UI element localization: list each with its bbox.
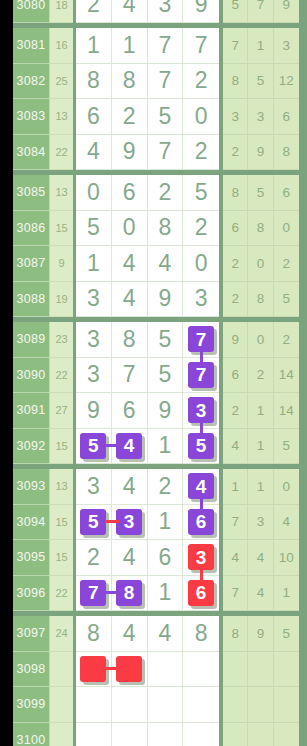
stat-value: 0: [248, 322, 273, 358]
stat-value: 6: [223, 358, 248, 394]
row-3093: 3093133424110: [0, 469, 307, 505]
digit-cell: 6: [183, 576, 219, 612]
period-label: 3094: [13, 505, 50, 541]
digit-cell: 6: [76, 99, 112, 135]
row-3080: 3080182439579: [0, 0, 307, 23]
stat-value: 5: [274, 282, 299, 318]
digit-cell: 9: [112, 135, 148, 171]
stat-value: [274, 652, 299, 688]
digit-cell: [76, 687, 112, 723]
digit-cell: [112, 652, 148, 688]
v-connector-purple: [200, 497, 203, 511]
stat-value: 0: [274, 469, 299, 505]
period-label: 3093: [13, 469, 50, 505]
stat-value: 5: [274, 429, 299, 465]
digit-cell: 1: [148, 429, 184, 465]
row-3098: 3098: [0, 652, 307, 688]
right-edge-strip: [299, 64, 307, 100]
digit-cell: 1: [148, 576, 184, 612]
left-black-margin: [0, 0, 13, 23]
stat-value: 6: [223, 211, 248, 247]
digit-cell: 2: [183, 64, 219, 100]
digit-cell: 3: [148, 0, 184, 23]
period-label: 3095: [13, 540, 50, 576]
sum-value: 19: [50, 282, 73, 318]
row-3092: 3092155415415: [0, 429, 307, 465]
row-3082: 30822588728512: [0, 64, 307, 100]
stat-value: 4: [223, 540, 248, 576]
row-3087: 308791440202: [0, 246, 307, 282]
period-label: 3082: [13, 64, 50, 100]
right-edge-strip: [299, 723, 307, 746]
row-3090: 30902237576214: [0, 358, 307, 394]
row-3086: 3086155082680: [0, 211, 307, 247]
period-label: 3087: [13, 246, 50, 282]
highlight-badge-red: [80, 656, 106, 682]
row-3089: 3089233857902: [0, 322, 307, 358]
row-3097: 3097248448895: [0, 616, 307, 652]
left-black-margin: [0, 322, 13, 358]
stat-value: 1: [274, 576, 299, 612]
stat-value: 0: [248, 246, 273, 282]
digit-cell: 7: [183, 28, 219, 64]
stat-value: 7: [248, 0, 273, 23]
left-black-margin: [0, 505, 13, 541]
highlight-badge-purple: 7: [188, 326, 214, 352]
period-label: 3080: [13, 0, 50, 23]
right-edge-strip: [299, 99, 307, 135]
digit-cell: 1: [112, 28, 148, 64]
stat-value: 12: [274, 64, 299, 100]
stat-value: 7: [223, 505, 248, 541]
digit-cell: 9: [148, 282, 184, 318]
row-3095: 30951524634410: [0, 540, 307, 576]
right-edge-strip: [299, 322, 307, 358]
sum-value: 15: [50, 505, 73, 541]
digit-cell: 4: [148, 246, 184, 282]
digit-cell: 7: [148, 28, 184, 64]
stat-value: 4: [274, 505, 299, 541]
sum-value: [50, 652, 73, 688]
right-edge-strip: [299, 175, 307, 211]
row-3094: 3094155316734: [0, 505, 307, 541]
digit-cell: 8: [148, 211, 184, 247]
left-black-margin: [0, 246, 13, 282]
left-black-margin: [0, 687, 13, 723]
digit-cell: 2: [148, 175, 184, 211]
right-edge-strip: [299, 282, 307, 318]
period-label: 3090: [13, 358, 50, 394]
left-black-margin: [0, 135, 13, 171]
sum-value: 15: [50, 211, 73, 247]
highlight-badge-purple: 8: [116, 580, 142, 606]
stat-value: [274, 687, 299, 723]
digit-cell: [112, 687, 148, 723]
period-label: 3086: [13, 211, 50, 247]
right-edge-strip: [299, 135, 307, 171]
right-edge-strip: [299, 505, 307, 541]
digit-cell: 2: [183, 211, 219, 247]
highlight-badge-red: [116, 656, 142, 682]
stat-value: 2: [274, 246, 299, 282]
digit-cell: 0: [183, 99, 219, 135]
h-connector-purple: [105, 591, 119, 594]
digit-cell: 1: [148, 505, 184, 541]
h-connector-red: [105, 667, 119, 670]
sum-value: [50, 723, 73, 746]
stat-value: 3: [274, 28, 299, 64]
stat-value: 8: [223, 175, 248, 211]
sum-value: 13: [50, 175, 73, 211]
row-3091: 30912796932114: [0, 393, 307, 429]
digit-cell: 5: [148, 358, 184, 394]
stat-value: 7: [223, 576, 248, 612]
stat-value: 6: [274, 175, 299, 211]
digit-cell: 2: [183, 135, 219, 171]
stat-value: 0: [274, 211, 299, 247]
digit-cell: 6: [148, 540, 184, 576]
stat-value: 4: [248, 540, 273, 576]
digit-cell: 1: [76, 246, 112, 282]
highlight-badge-purple: 5: [188, 433, 214, 459]
digit-cell: 9: [148, 393, 184, 429]
digit-cell: [148, 687, 184, 723]
clipped-row-wrap: 3080182439579: [0, 0, 307, 23]
digit-cell: 9: [183, 0, 219, 23]
digit-cell: 4: [112, 616, 148, 652]
digit-cell: 2: [76, 540, 112, 576]
digit-cell: [76, 723, 112, 746]
stat-value: 2: [274, 322, 299, 358]
digit-cell: 8: [76, 64, 112, 100]
digit-cell: 7: [183, 358, 219, 394]
stat-value: 2: [223, 393, 248, 429]
left-black-margin: [0, 64, 13, 100]
digit-cell: 3: [112, 505, 148, 541]
digit-cell: 2: [112, 99, 148, 135]
sum-value: 13: [50, 469, 73, 505]
digit-cell: 0: [76, 175, 112, 211]
highlight-badge-red: 3: [188, 544, 214, 570]
stat-value: 1: [248, 28, 273, 64]
period-label: 3099: [13, 687, 50, 723]
digit-cell: [183, 652, 219, 688]
period-label: 3088: [13, 282, 50, 318]
right-edge-strip: [299, 469, 307, 505]
left-black-margin: [0, 211, 13, 247]
sum-value: 9: [50, 246, 73, 282]
right-edge-strip: [299, 0, 307, 23]
row-3088: 3088193493285: [0, 282, 307, 318]
stat-value: 4: [223, 429, 248, 465]
row-3084: 3084224972298: [0, 135, 307, 171]
highlight-badge-purple: 3: [188, 397, 214, 423]
stat-value: 8: [223, 64, 248, 100]
stat-value: [223, 687, 248, 723]
digit-cell: 4: [112, 0, 148, 23]
digit-cell: 3: [76, 322, 112, 358]
digit-cell: 3: [76, 469, 112, 505]
stat-value: 8: [274, 135, 299, 171]
stat-value: 9: [274, 0, 299, 23]
digit-cell: 4: [148, 616, 184, 652]
left-black-margin: [0, 540, 13, 576]
left-black-margin: [0, 358, 13, 394]
clipped-row-wrap: 3100: [0, 723, 307, 746]
sum-value: 22: [50, 135, 73, 171]
stat-value: 1: [248, 429, 273, 465]
digit-cell: 4: [112, 469, 148, 505]
stat-value: [248, 652, 273, 688]
sum-value: 23: [50, 322, 73, 358]
stat-value: 10: [274, 540, 299, 576]
digit-cell: 4: [112, 429, 148, 465]
digit-cell: 6: [183, 505, 219, 541]
highlight-badge-red: 6: [188, 580, 214, 606]
left-black-margin: [0, 652, 13, 688]
digit-cell: 5: [148, 322, 184, 358]
left-black-margin: [0, 576, 13, 612]
period-label: 3098: [13, 652, 50, 688]
stat-value: 8: [248, 211, 273, 247]
stat-value: [274, 723, 299, 746]
highlight-badge-purple: 4: [116, 433, 142, 459]
trend-chart-screen: 3080182439579308116117771330822588728512…: [0, 0, 307, 746]
digit-cell: 6: [112, 393, 148, 429]
stat-value: 6: [274, 99, 299, 135]
stat-value: [223, 652, 248, 688]
digit-cell: 8: [112, 322, 148, 358]
sum-value: 18: [50, 0, 73, 23]
right-edge-strip: [299, 616, 307, 652]
h-connector-red: [105, 520, 119, 523]
right-edge-strip: [299, 246, 307, 282]
stat-value: 2: [248, 358, 273, 394]
stat-value: 8: [248, 282, 273, 318]
right-edge-strip: [299, 652, 307, 688]
digit-cell: 5: [183, 429, 219, 465]
sum-value: 16: [50, 28, 73, 64]
sum-value: 15: [50, 540, 73, 576]
stat-value: 3: [223, 99, 248, 135]
h-connector-purple: [105, 444, 119, 447]
digit-cell: 8: [183, 616, 219, 652]
digit-cell: 3: [76, 282, 112, 318]
highlight-badge-purple: 7: [80, 580, 106, 606]
row-3081: 3081161177713: [0, 28, 307, 64]
stat-value: 3: [248, 99, 273, 135]
row-3099: 3099: [0, 687, 307, 723]
digit-cell: 5: [76, 211, 112, 247]
digit-cell: [183, 687, 219, 723]
period-label: 3097: [13, 616, 50, 652]
stat-value: [223, 723, 248, 746]
digit-cell: [148, 652, 184, 688]
digit-cell: 7: [112, 358, 148, 394]
highlight-badge-purple: 5: [80, 509, 106, 535]
digit-cell: 7: [148, 64, 184, 100]
digit-cell: 4: [76, 135, 112, 171]
sum-value: 24: [50, 616, 73, 652]
highlight-badge-purple: 7: [188, 362, 214, 388]
digit-cell: 8: [112, 64, 148, 100]
stat-value: 5: [248, 175, 273, 211]
stat-value: 4: [248, 576, 273, 612]
row-3083: 3083136250336: [0, 99, 307, 135]
v-connector-red: [200, 568, 203, 582]
stat-value: 3: [248, 505, 273, 541]
digit-cell: 9: [76, 393, 112, 429]
digit-cell: 8: [76, 616, 112, 652]
period-label: 3091: [13, 393, 50, 429]
digit-cell: 4: [112, 246, 148, 282]
right-edge-strip: [299, 211, 307, 247]
highlight-badge-purple: 6: [188, 509, 214, 535]
digit-cell: 5: [183, 175, 219, 211]
stat-value: 14: [274, 358, 299, 394]
right-edge-strip: [299, 687, 307, 723]
stat-value: 9: [248, 135, 273, 171]
digit-cell: 4: [112, 282, 148, 318]
row-3100: 3100: [0, 723, 307, 746]
right-edge-strip: [299, 540, 307, 576]
row-3096: 3096227816741: [0, 576, 307, 612]
stat-value: [248, 723, 273, 746]
period-label: 3092: [13, 429, 50, 465]
sum-value: [50, 687, 73, 723]
stat-value: [248, 687, 273, 723]
digit-cell: [183, 723, 219, 746]
sum-value: 22: [50, 576, 73, 612]
v-connector-purple: [200, 421, 203, 435]
period-label: 3100: [13, 723, 50, 746]
digit-cell: 0: [112, 211, 148, 247]
period-label: 3081: [13, 28, 50, 64]
stat-value: 1: [248, 469, 273, 505]
sum-value: 25: [50, 64, 73, 100]
sum-value: 13: [50, 99, 73, 135]
right-edge-strip: [299, 576, 307, 612]
stat-value: 5: [274, 616, 299, 652]
left-black-margin: [0, 616, 13, 652]
highlight-badge-purple: 4: [188, 473, 214, 499]
digit-cell: 5: [148, 99, 184, 135]
sum-value: 15: [50, 429, 73, 465]
digit-cell: 1: [76, 28, 112, 64]
row-3085: 3085130625856: [0, 175, 307, 211]
stat-value: 1: [248, 393, 273, 429]
digit-cell: 3: [76, 358, 112, 394]
stat-value: 1: [223, 469, 248, 505]
v-connector-purple: [200, 350, 203, 364]
left-black-margin: [0, 723, 13, 746]
digit-cell: 3: [183, 282, 219, 318]
right-edge-strip: [299, 393, 307, 429]
sum-value: 27: [50, 393, 73, 429]
left-black-margin: [0, 393, 13, 429]
left-black-margin: [0, 99, 13, 135]
digit-cell: 7: [148, 135, 184, 171]
stat-value: 2: [223, 282, 248, 318]
stat-value: 9: [248, 616, 273, 652]
digit-cell: 2: [148, 469, 184, 505]
period-label: 3083: [13, 99, 50, 135]
stat-value: 8: [223, 616, 248, 652]
sum-value: 22: [50, 358, 73, 394]
digit-cell: 8: [112, 576, 148, 612]
digit-cell: 2: [76, 0, 112, 23]
period-label: 3085: [13, 175, 50, 211]
digit-cell: [112, 723, 148, 746]
digit-cell: 6: [112, 175, 148, 211]
period-label: 3096: [13, 576, 50, 612]
period-label: 3084: [13, 135, 50, 171]
left-black-margin: [0, 282, 13, 318]
digit-cell: [148, 723, 184, 746]
stat-value: 14: [274, 393, 299, 429]
left-black-margin: [0, 429, 13, 465]
stat-value: 7: [223, 28, 248, 64]
digit-cell: 4: [112, 540, 148, 576]
left-black-margin: [0, 469, 13, 505]
right-edge-strip: [299, 358, 307, 394]
highlight-badge-purple: 3: [116, 509, 142, 535]
left-black-margin: [0, 175, 13, 211]
stat-value: 5: [248, 64, 273, 100]
highlight-badge-purple: 5: [80, 433, 106, 459]
stat-value: 9: [223, 322, 248, 358]
stat-value: 2: [223, 135, 248, 171]
stat-value: 5: [223, 0, 248, 23]
right-edge-strip: [299, 28, 307, 64]
right-edge-strip: [299, 429, 307, 465]
stat-value: 2: [223, 246, 248, 282]
period-label: 3089: [13, 322, 50, 358]
digit-cell: 0: [183, 246, 219, 282]
trend-chart: 3080182439579308116117771330822588728512…: [0, 0, 307, 746]
left-black-margin: [0, 28, 13, 64]
